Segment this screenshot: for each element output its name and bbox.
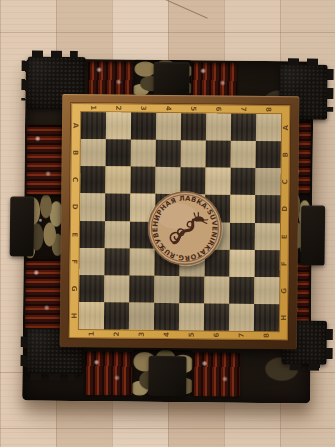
- coordinate-label: 4: [162, 322, 171, 347]
- coordinate-label: C: [271, 177, 298, 186]
- coordinate-label: 5: [189, 96, 198, 121]
- coordinate-label: G: [61, 283, 88, 293]
- coordinate-label: 6: [212, 322, 221, 347]
- coordinate-label: 2: [114, 95, 123, 120]
- coordinate-label: 3: [139, 96, 148, 121]
- board-square-g5: [179, 276, 204, 303]
- carved-red-ridge: [87, 61, 133, 95]
- coordinate-label: H: [270, 313, 297, 322]
- board-square-f7: [229, 249, 254, 276]
- board-square-g4: [154, 276, 179, 303]
- coordinate-label: E: [271, 232, 298, 241]
- board-square-e7: [230, 222, 255, 249]
- board-square-b7: [231, 141, 256, 168]
- coordinate-label: 1: [89, 95, 98, 120]
- board-square-g6: [204, 276, 229, 303]
- coordinate-label: A: [272, 123, 299, 132]
- coordinate-label: 8: [264, 97, 273, 122]
- board-square-d2: [105, 194, 130, 221]
- coordinate-label: H: [60, 310, 87, 320]
- souvenir-medallion: СУВЕНИРНАЯ ЛАВКА·SUVENIRKATORG.RUS·: [147, 190, 224, 267]
- carved-red-ridge: [192, 352, 240, 397]
- board-square-b4: [156, 140, 181, 167]
- coordinate-label: G: [270, 286, 297, 295]
- carved-red-ridge: [84, 351, 132, 396]
- carved-red-ridge: [26, 125, 63, 195]
- carved-red-ridge: [191, 62, 237, 96]
- coordinate-label: 1: [87, 321, 96, 346]
- coordinate-label: B: [62, 148, 89, 158]
- coordinate-label: 7: [239, 97, 248, 122]
- coordinate-label: 5: [187, 322, 196, 347]
- photo-chessboard: 12345678 12345678 ABCDEFGH ABCDEFGH СУВЕ…: [0, 0, 335, 447]
- coordinate-label: F: [61, 256, 88, 266]
- carved-center-block: [153, 62, 189, 95]
- board-square-g3: [129, 275, 154, 302]
- coordinate-label: B: [272, 150, 299, 159]
- board-square-b5: [181, 140, 206, 167]
- board-square-b6: [206, 141, 231, 168]
- board-square-d7: [230, 195, 255, 222]
- coordinate-label: 3: [137, 322, 146, 347]
- board-square-f2: [104, 248, 129, 275]
- board-square-b3: [131, 140, 156, 167]
- coordinate-label: 4: [164, 96, 173, 121]
- carved-center-block: [148, 356, 186, 396]
- coordinate-label: D: [271, 205, 298, 214]
- coordinate-label: A: [62, 120, 89, 130]
- coordinate-label: 7: [237, 323, 246, 348]
- board-square-g7: [229, 276, 254, 303]
- coordinate-label: 2: [112, 321, 121, 346]
- coordinate-label: 6: [214, 96, 223, 121]
- medallion-graphic: СУВЕНИРНАЯ ЛАВКА·SUVENIRKATORG.RUS·: [147, 190, 224, 267]
- carved-side-block: [10, 196, 35, 256]
- board-square-g2: [104, 275, 129, 302]
- board-square-e2: [105, 221, 130, 248]
- chess-table-group: 12345678 12345678 ABCDEFGH ABCDEFGH СУВЕ…: [0, 0, 335, 447]
- board-square-b2: [106, 139, 131, 166]
- coordinate-label: F: [270, 259, 297, 268]
- coordinate-label: E: [61, 229, 88, 239]
- coordinate-label: 8: [262, 323, 271, 348]
- carved-red-ridge: [25, 259, 62, 329]
- coordinate-label: D: [62, 202, 89, 212]
- coordinate-label: C: [62, 175, 89, 185]
- carved-side-block: [301, 205, 326, 265]
- board-square-c7: [230, 168, 255, 195]
- board-square-c2: [105, 167, 130, 194]
